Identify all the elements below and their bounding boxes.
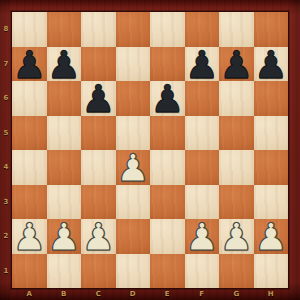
file-label-c: C (81, 288, 116, 300)
file-label-g: G (219, 288, 254, 300)
square-d8[interactable] (116, 12, 151, 47)
square-c7[interactable] (81, 47, 116, 82)
file-label-a: A (12, 288, 47, 300)
square-a7[interactable]: ♟ (12, 47, 47, 82)
square-e2[interactable] (150, 219, 185, 254)
white-pawn[interactable]: ♟ (254, 220, 288, 254)
square-c2[interactable]: ♟ (81, 219, 116, 254)
black-pawn[interactable]: ♟ (254, 48, 288, 82)
square-e3[interactable] (150, 185, 185, 220)
rank-label-1: 1 (0, 254, 12, 289)
square-b4[interactable] (47, 150, 82, 185)
square-a2[interactable]: ♟ (12, 219, 47, 254)
square-a8[interactable] (12, 12, 47, 47)
square-b3[interactable] (47, 185, 82, 220)
rank-label-8: 8 (0, 12, 12, 47)
square-c3[interactable] (81, 185, 116, 220)
file-label-d: D (116, 288, 151, 300)
square-a5[interactable] (12, 116, 47, 151)
square-d2[interactable] (116, 219, 151, 254)
square-e6[interactable]: ♟ (150, 81, 185, 116)
square-c6[interactable]: ♟ (81, 81, 116, 116)
file-label-e: E (150, 288, 185, 300)
black-pawn[interactable]: ♟ (150, 82, 184, 116)
square-e7[interactable] (150, 47, 185, 82)
black-pawn[interactable]: ♟ (185, 48, 219, 82)
square-a3[interactable] (12, 185, 47, 220)
white-pawn[interactable]: ♟ (47, 220, 81, 254)
square-b7[interactable]: ♟ (47, 47, 82, 82)
black-pawn[interactable]: ♟ (47, 48, 81, 82)
file-label-f: F (185, 288, 220, 300)
square-h2[interactable]: ♟ (254, 219, 289, 254)
white-pawn[interactable]: ♟ (219, 220, 253, 254)
square-g2[interactable]: ♟ (219, 219, 254, 254)
black-pawn[interactable]: ♟ (12, 48, 46, 82)
rank-label-7: 7 (0, 47, 12, 82)
square-h3[interactable] (254, 185, 289, 220)
square-b8[interactable] (47, 12, 82, 47)
square-f7[interactable]: ♟ (185, 47, 220, 82)
square-b5[interactable] (47, 116, 82, 151)
square-d7[interactable] (116, 47, 151, 82)
square-h8[interactable] (254, 12, 289, 47)
square-e8[interactable] (150, 12, 185, 47)
rank-label-6: 6 (0, 81, 12, 116)
file-label-h: H (254, 288, 289, 300)
square-e4[interactable] (150, 150, 185, 185)
white-pawn[interactable]: ♟ (116, 151, 150, 185)
square-g3[interactable] (219, 185, 254, 220)
rank-label-5: 5 (0, 116, 12, 151)
square-e1[interactable] (150, 254, 185, 289)
black-pawn[interactable]: ♟ (81, 82, 115, 116)
white-pawn[interactable]: ♟ (185, 220, 219, 254)
black-pawn[interactable]: ♟ (219, 48, 253, 82)
square-c4[interactable] (81, 150, 116, 185)
square-h7[interactable]: ♟ (254, 47, 289, 82)
square-d1[interactable] (116, 254, 151, 289)
square-d5[interactable] (116, 116, 151, 151)
white-pawn[interactable]: ♟ (12, 220, 46, 254)
square-c8[interactable] (81, 12, 116, 47)
square-b2[interactable]: ♟ (47, 219, 82, 254)
square-g4[interactable] (219, 150, 254, 185)
square-g5[interactable] (219, 116, 254, 151)
square-f3[interactable] (185, 185, 220, 220)
square-f8[interactable] (185, 12, 220, 47)
square-f4[interactable] (185, 150, 220, 185)
file-label-b: B (47, 288, 82, 300)
file-labels: ABCDEFGH (12, 288, 288, 300)
square-d4[interactable]: ♟ (116, 150, 151, 185)
square-d6[interactable] (116, 81, 151, 116)
square-f5[interactable] (185, 116, 220, 151)
rank-labels: 87654321 (0, 12, 12, 288)
square-g8[interactable] (219, 12, 254, 47)
chess-board[interactable]: ♟♟♟♟♟♟♟♟♟♟♟♟♟♟ (12, 12, 288, 288)
rank-label-3: 3 (0, 185, 12, 220)
square-f2[interactable]: ♟ (185, 219, 220, 254)
square-h4[interactable] (254, 150, 289, 185)
square-a4[interactable] (12, 150, 47, 185)
square-h5[interactable] (254, 116, 289, 151)
chess-board-frame: 87654321 ABCDEFGH ♟♟♟♟♟♟♟♟♟♟♟♟♟♟ (0, 0, 300, 300)
white-pawn[interactable]: ♟ (81, 220, 115, 254)
rank-label-4: 4 (0, 150, 12, 185)
square-g7[interactable]: ♟ (219, 47, 254, 82)
rank-label-2: 2 (0, 219, 12, 254)
